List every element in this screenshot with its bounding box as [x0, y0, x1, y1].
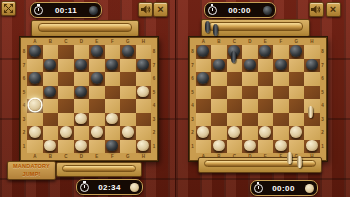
coordinate-label: G	[289, 38, 305, 45]
square-h1[interactable]	[304, 140, 320, 154]
square-c5[interactable]	[58, 86, 74, 100]
square-b7[interactable]	[43, 59, 59, 73]
close-button[interactable]: ×	[153, 2, 168, 17]
coordinate-label: 1	[151, 140, 157, 154]
coordinate-label: H	[136, 153, 152, 160]
checkers-board-right: ABCDEFGH8877665544332211ABCDEFGH	[189, 37, 327, 161]
square-f8[interactable]	[273, 45, 289, 59]
square-a8[interactable]	[27, 45, 43, 59]
square-e5[interactable]	[258, 86, 274, 100]
black-clock-time: 00:11	[46, 6, 86, 15]
square-d7[interactable]	[74, 59, 90, 73]
square-a2[interactable]	[27, 126, 43, 140]
square-f7[interactable]	[273, 59, 289, 73]
coordinate-label: B	[211, 38, 227, 45]
square-e7[interactable]	[258, 59, 274, 73]
square-h7[interactable]	[304, 59, 320, 73]
fullscreen-button[interactable]	[1, 1, 16, 16]
square-e8[interactable]	[258, 45, 274, 59]
coordinate-label: 8	[320, 45, 326, 59]
square-g6[interactable]	[289, 72, 305, 86]
square-b8[interactable]	[211, 45, 227, 59]
black-piece-standing	[231, 51, 236, 63]
coordinate-label: C	[227, 38, 243, 45]
square-f4[interactable]	[273, 99, 289, 113]
white-turn-indicator	[130, 183, 139, 192]
square-f6[interactable]	[105, 72, 121, 86]
square-e2[interactable]	[89, 126, 105, 140]
square-c4[interactable]	[227, 99, 243, 113]
close-icon: ×	[157, 4, 163, 15]
black-man[interactable]	[306, 59, 318, 71]
banner-line2: JUMP!	[8, 171, 55, 178]
square-c1[interactable]	[227, 140, 243, 154]
square-g7[interactable]	[289, 59, 305, 73]
square-g4[interactable]	[120, 99, 136, 113]
square-b1[interactable]	[43, 140, 59, 154]
white-man[interactable]	[244, 140, 256, 152]
square-a1[interactable]	[27, 140, 43, 154]
square-f4[interactable]	[105, 99, 121, 113]
square-a5[interactable]	[27, 86, 43, 100]
coordinate-label: 7	[151, 59, 157, 73]
square-g3[interactable]	[289, 113, 305, 127]
square-a8[interactable]	[196, 45, 212, 59]
screenshot-pair: 00:11 × ABCDEFGH8877665544332211ABCDEFGH…	[0, 0, 350, 197]
square-h6[interactable]	[136, 72, 152, 86]
square-b6[interactable]	[43, 72, 59, 86]
coordinate-label: G	[120, 38, 136, 45]
square-f2[interactable]	[273, 126, 289, 140]
square-e1[interactable]	[89, 140, 105, 154]
stopwatch-icon	[254, 184, 263, 193]
black-piece-standing	[213, 24, 218, 36]
white-man[interactable]	[137, 86, 149, 98]
white-man[interactable]	[91, 126, 103, 138]
coordinate-label: D	[242, 38, 258, 45]
square-f7[interactable]	[105, 59, 121, 73]
square-f2[interactable]	[105, 126, 121, 140]
square-b4[interactable]	[43, 99, 59, 113]
white-clock-time: 02:34	[92, 183, 127, 192]
square-f5[interactable]	[105, 86, 121, 100]
coordinate-label: 3	[151, 113, 157, 127]
white-man[interactable]	[122, 126, 134, 138]
square-d3[interactable]	[74, 113, 90, 127]
square-h3[interactable]	[136, 113, 152, 127]
black-man[interactable]	[75, 86, 87, 98]
square-e2[interactable]	[258, 126, 274, 140]
coordinate-label: B	[43, 38, 59, 45]
square-f1[interactable]	[273, 140, 289, 154]
square-b7[interactable]	[211, 59, 227, 73]
white-man[interactable]	[75, 140, 87, 152]
square-h1[interactable]	[136, 140, 152, 154]
square-f8[interactable]	[105, 45, 121, 59]
square-a2[interactable]	[196, 126, 212, 140]
square-a6[interactable]	[27, 72, 43, 86]
black-clock-time: 00:00	[220, 6, 260, 15]
coordinate-label: H	[136, 38, 152, 45]
square-e6[interactable]	[258, 72, 274, 86]
stopwatch-icon	[208, 6, 217, 15]
coordinate-label: A	[196, 38, 212, 45]
coordinate-label: 3	[320, 113, 326, 127]
square-c1[interactable]	[58, 140, 74, 154]
speaker-icon	[141, 5, 151, 14]
black-man[interactable]	[106, 59, 118, 71]
black-man[interactable]	[259, 45, 271, 57]
black-man[interactable]	[197, 45, 209, 57]
square-a5[interactable]	[196, 86, 212, 100]
white-man[interactable]	[44, 140, 56, 152]
coordinate-label: E	[258, 38, 274, 45]
square-d1[interactable]	[242, 140, 258, 154]
black-turn-indicator	[263, 6, 272, 15]
square-b6[interactable]	[211, 72, 227, 86]
square-e3[interactable]	[89, 113, 105, 127]
coordinate-label: 7	[320, 59, 326, 73]
square-b3[interactable]	[43, 113, 59, 127]
black-piece-standing	[205, 21, 210, 33]
square-c5[interactable]	[227, 86, 243, 100]
black-man[interactable]	[213, 59, 225, 71]
square-g2[interactable]	[289, 126, 305, 140]
square-h5[interactable]	[136, 86, 152, 100]
square-g8[interactable]	[120, 45, 136, 59]
square-a3[interactable]	[196, 113, 212, 127]
white-clock: 02:34	[76, 179, 143, 195]
speaker-icon	[311, 5, 321, 14]
checkers-board-left: ABCDEFGH8877665544332211ABCDEFGH	[20, 37, 158, 161]
square-f3[interactable]	[273, 113, 289, 127]
square-c8[interactable]	[58, 45, 74, 59]
captured-pieces-tray-top	[31, 20, 139, 37]
white-man[interactable]	[213, 140, 225, 152]
square-a4[interactable]	[196, 99, 212, 113]
square-a3[interactable]	[27, 113, 43, 127]
white-man[interactable]	[60, 126, 72, 138]
coordinate-label: 6	[151, 72, 157, 86]
coordinate-label: C	[58, 153, 74, 160]
square-d5[interactable]	[74, 86, 90, 100]
sound-button[interactable]	[309, 2, 324, 17]
square-c3[interactable]	[227, 113, 243, 127]
square-g1[interactable]	[120, 140, 136, 154]
square-e1[interactable]	[258, 140, 274, 154]
square-d4[interactable]	[74, 99, 90, 113]
coordinate-label: F	[105, 38, 121, 45]
square-d6[interactable]	[74, 72, 90, 86]
coordinate-label: E	[89, 38, 105, 45]
white-man[interactable]	[290, 126, 302, 138]
coordinate-label: F	[273, 38, 289, 45]
square-g7[interactable]	[120, 59, 136, 73]
white-clock-time: 00:00	[266, 184, 302, 193]
square-d3[interactable]	[242, 113, 258, 127]
black-man[interactable]	[44, 59, 56, 71]
coordinate-label: 2	[320, 126, 326, 140]
captured-pieces-tray-bottom	[56, 162, 142, 177]
square-f6[interactable]	[273, 72, 289, 86]
white-piece-standing	[297, 156, 302, 168]
square-b1[interactable]	[211, 140, 227, 154]
white-man[interactable]	[75, 113, 87, 125]
frame-corner	[151, 153, 157, 160]
square-b8[interactable]	[43, 45, 59, 59]
captured-pieces-tray-bottom	[198, 157, 322, 173]
black-man[interactable]	[197, 72, 209, 84]
white-man[interactable]	[275, 140, 287, 152]
square-d1[interactable]	[74, 140, 90, 154]
white-piece-standing	[308, 106, 313, 118]
tray-rod	[38, 23, 132, 32]
square-g3[interactable]	[120, 113, 136, 127]
square-c7[interactable]	[58, 59, 74, 73]
black-man[interactable]	[29, 72, 41, 84]
square-g1[interactable]	[289, 140, 305, 154]
square-h6[interactable]	[304, 72, 320, 86]
white-clock: 00:00	[250, 180, 318, 196]
frame-corner	[151, 38, 157, 45]
square-h5[interactable]	[304, 86, 320, 100]
square-e6[interactable]	[89, 72, 105, 86]
black-clock: 00:11	[30, 2, 102, 18]
black-man[interactable]	[122, 45, 134, 57]
square-c2[interactable]	[227, 126, 243, 140]
white-piece-standing	[287, 152, 292, 164]
coordinate-label: F	[105, 153, 121, 160]
coordinate-label: 5	[151, 86, 157, 100]
black-man[interactable]	[29, 45, 41, 57]
square-b5[interactable]	[43, 86, 59, 100]
white-man[interactable]	[197, 126, 209, 138]
black-clock: 00:00	[204, 2, 276, 18]
square-c6[interactable]	[227, 72, 243, 86]
black-turn-indicator	[89, 6, 98, 15]
square-c3[interactable]	[58, 113, 74, 127]
square-b3[interactable]	[211, 113, 227, 127]
square-d6[interactable]	[242, 72, 258, 86]
square-g2[interactable]	[120, 126, 136, 140]
square-c4[interactable]	[58, 99, 74, 113]
black-man[interactable]	[290, 45, 302, 57]
square-f5[interactable]	[273, 86, 289, 100]
white-man[interactable]	[29, 126, 41, 138]
square-f1[interactable]	[105, 140, 121, 154]
square-a6[interactable]	[196, 72, 212, 86]
white-man-selected[interactable]	[29, 99, 41, 111]
square-d8[interactable]	[74, 45, 90, 59]
square-g5[interactable]	[289, 86, 305, 100]
square-h2[interactable]	[136, 126, 152, 140]
coordinate-label: D	[74, 38, 90, 45]
close-button[interactable]: ×	[326, 2, 341, 17]
square-e5[interactable]	[89, 86, 105, 100]
black-man[interactable]	[91, 72, 103, 84]
white-man[interactable]	[306, 140, 318, 152]
square-c2[interactable]	[58, 126, 74, 140]
square-d7[interactable]	[242, 59, 258, 73]
coordinate-label: G	[120, 153, 136, 160]
square-e4[interactable]	[89, 99, 105, 113]
square-g6[interactable]	[120, 72, 136, 86]
frame-corner	[320, 38, 326, 45]
square-g8[interactable]	[289, 45, 305, 59]
coordinate-label: 4	[320, 99, 326, 113]
coordinate-label: 6	[320, 72, 326, 86]
square-e4[interactable]	[258, 99, 274, 113]
white-man[interactable]	[259, 126, 271, 138]
square-g5[interactable]	[120, 86, 136, 100]
square-g4[interactable]	[289, 99, 305, 113]
white-man[interactable]	[228, 126, 240, 138]
stopwatch-icon	[80, 183, 89, 192]
square-b5[interactable]	[211, 86, 227, 100]
white-man[interactable]	[106, 113, 118, 125]
coordinate-label: 5	[320, 86, 326, 100]
coordinate-label: 4	[151, 99, 157, 113]
square-e8[interactable]	[89, 45, 105, 59]
square-d2[interactable]	[242, 126, 258, 140]
black-man[interactable]	[91, 45, 103, 57]
banner-line1: MANDATORY	[8, 163, 55, 170]
coordinate-label: D	[74, 153, 90, 160]
square-d5[interactable]	[242, 86, 258, 100]
mandatory-jump-banner: MANDATORY JUMP!	[7, 161, 56, 180]
white-man[interactable]	[137, 140, 149, 152]
coordinate-label: H	[304, 38, 320, 45]
close-icon: ×	[330, 4, 336, 15]
coordinate-label: 8	[151, 45, 157, 59]
square-h4[interactable]	[136, 99, 152, 113]
square-b4[interactable]	[211, 99, 227, 113]
tray-rod	[208, 22, 303, 31]
square-a1[interactable]	[196, 140, 212, 154]
square-a7[interactable]	[27, 59, 43, 73]
coordinate-label: A	[27, 153, 43, 160]
coordinate-label: E	[89, 153, 105, 160]
square-h2[interactable]	[304, 126, 320, 140]
square-d4[interactable]	[242, 99, 258, 113]
square-h7[interactable]	[136, 59, 152, 73]
expand-arrows-icon	[4, 4, 13, 13]
square-h8[interactable]	[136, 45, 152, 59]
coordinate-label: A	[27, 38, 43, 45]
square-f3[interactable]	[105, 113, 121, 127]
stopwatch-icon	[34, 6, 43, 15]
square-h8[interactable]	[304, 45, 320, 59]
square-a7[interactable]	[196, 59, 212, 73]
square-d8[interactable]	[242, 45, 258, 59]
square-c6[interactable]	[58, 72, 74, 86]
coordinate-label: 2	[151, 126, 157, 140]
square-a4[interactable]	[27, 99, 43, 113]
black-man[interactable]	[44, 86, 56, 98]
black-man[interactable]	[137, 59, 149, 71]
square-d2[interactable]	[74, 126, 90, 140]
square-b2[interactable]	[43, 126, 59, 140]
square-e3[interactable]	[258, 113, 274, 127]
white-turn-indicator	[305, 184, 314, 193]
black-man[interactable]	[106, 140, 118, 152]
game-panel-left: 00:11 × ABCDEFGH8877665544332211ABCDEFGH…	[0, 0, 175, 197]
square-e7[interactable]	[89, 59, 105, 73]
black-man[interactable]	[75, 59, 87, 71]
square-b2[interactable]	[211, 126, 227, 140]
coordinate-label: B	[43, 153, 59, 160]
coordinate-label: C	[58, 38, 74, 45]
tray-rod	[62, 165, 136, 172]
black-man[interactable]	[275, 59, 287, 71]
coordinate-label: 1	[320, 140, 326, 154]
black-man[interactable]	[244, 59, 256, 71]
sound-button[interactable]	[138, 2, 153, 17]
game-panel-right: 00:00 × ABCDEFGH8877665544332211ABCDEFGH…	[175, 0, 350, 197]
